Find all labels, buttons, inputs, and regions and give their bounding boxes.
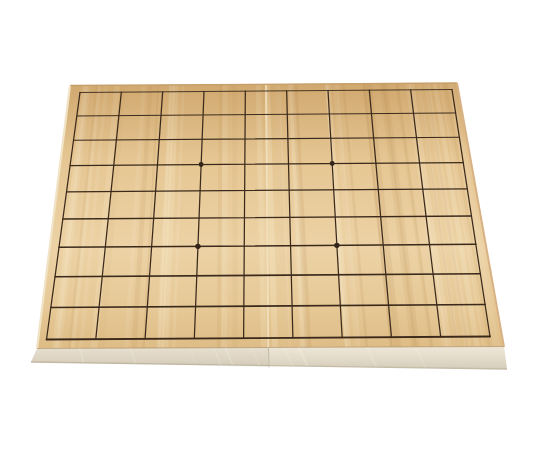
star-point bbox=[334, 243, 339, 248]
star-point bbox=[199, 162, 204, 167]
star-point bbox=[330, 161, 335, 166]
star-point bbox=[195, 244, 200, 249]
product-photo bbox=[0, 0, 540, 450]
shogi-board bbox=[0, 0, 540, 450]
front-left-half-tint bbox=[31, 347, 269, 368]
